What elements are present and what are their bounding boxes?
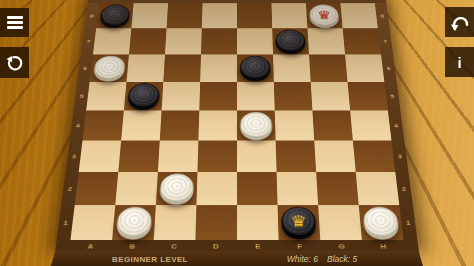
board-front-face: BEGINNER LEVEL White: 6 Black: 5	[51, 251, 423, 266]
col-label-d: D	[195, 240, 237, 252]
hamburger-menu-icon	[7, 14, 23, 32]
black-man-piece[interactable]	[275, 30, 306, 52]
menu-button[interactable]	[0, 8, 29, 37]
square-e6[interactable]	[237, 54, 274, 81]
black-man-piece[interactable]	[240, 56, 271, 79]
square-a3[interactable]	[79, 141, 121, 173]
level-label: BEGINNER LEVEL	[112, 254, 188, 263]
white-man-piece[interactable]	[159, 174, 194, 202]
white-man-piece[interactable]	[116, 207, 152, 236]
square-f6[interactable]	[273, 54, 311, 81]
score-readout: White: 6 Black: 5	[287, 254, 357, 264]
square-d4[interactable]	[198, 110, 237, 140]
square-b2[interactable]	[115, 172, 158, 205]
square-h4[interactable]	[350, 110, 391, 140]
square-b3[interactable]	[118, 141, 159, 173]
square-e1[interactable]	[237, 205, 279, 240]
col-label-c: C	[153, 240, 195, 252]
square-a1[interactable]	[70, 205, 115, 240]
square-e3[interactable]	[237, 141, 277, 173]
square-f2[interactable]	[277, 172, 319, 205]
square-h5[interactable]	[348, 82, 388, 111]
square-f1[interactable]: ♛	[278, 205, 321, 240]
square-d8[interactable]	[202, 3, 237, 28]
crown-icon: ♛	[309, 5, 340, 26]
square-b7[interactable]	[129, 28, 167, 54]
square-g3[interactable]	[314, 141, 355, 173]
square-h1[interactable]	[359, 205, 404, 240]
square-c5[interactable]	[162, 82, 201, 111]
square-b6[interactable]	[126, 54, 165, 81]
square-a2[interactable]	[75, 172, 119, 205]
square-d1[interactable]	[195, 205, 237, 240]
square-c2[interactable]	[156, 172, 198, 205]
square-d3[interactable]	[197, 141, 237, 173]
square-d7[interactable]	[201, 28, 237, 54]
square-e7[interactable]	[237, 28, 273, 54]
square-f7[interactable]	[272, 28, 309, 54]
square-c8[interactable]	[167, 3, 203, 28]
square-g2[interactable]	[316, 172, 359, 205]
square-a6[interactable]	[90, 54, 129, 81]
square-c1[interactable]	[154, 205, 197, 240]
square-c7[interactable]	[165, 28, 202, 54]
square-g8[interactable]: ♛	[306, 3, 343, 28]
square-h8[interactable]	[340, 3, 377, 28]
square-g1[interactable]	[318, 205, 362, 240]
square-e2[interactable]	[237, 172, 278, 205]
square-f4[interactable]	[275, 110, 315, 140]
col-label-g: G	[320, 240, 363, 252]
square-e8[interactable]	[237, 3, 272, 28]
square-h6[interactable]	[345, 54, 384, 81]
square-a8[interactable]	[96, 3, 133, 28]
square-b5[interactable]	[124, 82, 163, 111]
restart-circular-arrow-icon	[5, 53, 25, 73]
square-g4[interactable]	[312, 110, 352, 140]
col-label-f: F	[279, 240, 321, 252]
crown-icon: ♛	[281, 207, 317, 236]
square-g5[interactable]	[311, 82, 350, 111]
board-corner	[404, 240, 419, 252]
white-man-piece[interactable]	[93, 56, 126, 79]
square-e5[interactable]	[237, 82, 275, 111]
square-b8[interactable]	[131, 3, 168, 28]
square-g7[interactable]	[307, 28, 345, 54]
square-e4[interactable]	[237, 110, 276, 140]
square-f5[interactable]	[274, 82, 313, 111]
square-b4[interactable]	[121, 110, 161, 140]
piece-top	[240, 56, 271, 79]
checkers-board: 8♛87766554433221♛1ABCDEFGH	[55, 0, 419, 252]
info-button[interactable]: i	[445, 47, 474, 77]
square-c4[interactable]	[160, 110, 200, 140]
square-f3[interactable]	[276, 141, 317, 173]
square-h7[interactable]	[343, 28, 381, 54]
white-score: White: 6	[287, 254, 318, 264]
col-label-e: E	[237, 240, 279, 252]
undo-curved-arrow-icon	[449, 12, 470, 33]
square-a7[interactable]	[93, 28, 131, 54]
game-screen: 8♛87766554433221♛1ABCDEFGH BEGINNER LEVE…	[0, 0, 474, 266]
square-d5[interactable]	[199, 82, 237, 111]
info-icon: i	[457, 54, 461, 71]
square-d2[interactable]	[196, 172, 237, 205]
square-f8[interactable]	[271, 3, 307, 28]
white-man-piece[interactable]	[362, 207, 399, 236]
col-label-h: H	[362, 240, 405, 252]
black-score: Black: 5	[327, 254, 357, 264]
piece-top	[240, 112, 272, 137]
square-c6[interactable]	[163, 54, 201, 81]
black-man-piece[interactable]	[99, 5, 130, 26]
white-man-piece[interactable]	[240, 112, 272, 137]
square-h2[interactable]	[356, 172, 400, 205]
restart-button[interactable]	[0, 47, 29, 78]
undo-button[interactable]	[445, 7, 474, 37]
white-king-piece[interactable]: ♛	[309, 5, 340, 26]
piece-top	[275, 30, 306, 52]
col-label-b: B	[111, 240, 154, 252]
square-g6[interactable]	[309, 54, 348, 81]
col-label-a: A	[69, 240, 112, 252]
square-a4[interactable]	[83, 110, 124, 140]
black-man-piece[interactable]	[127, 83, 160, 107]
square-c3[interactable]	[158, 141, 199, 173]
square-h3[interactable]	[353, 141, 395, 173]
square-b1[interactable]	[112, 205, 156, 240]
black-king-piece[interactable]: ♛	[281, 207, 317, 236]
square-d6[interactable]	[200, 54, 237, 81]
square-a5[interactable]	[86, 82, 126, 111]
